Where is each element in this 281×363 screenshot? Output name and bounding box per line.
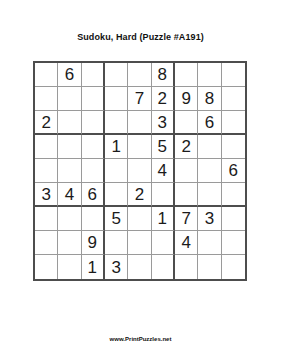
- cell-r1c1[interactable]: [35, 63, 58, 87]
- cell-r7c1[interactable]: [35, 207, 58, 231]
- cell-r4c4-given-1[interactable]: 1: [105, 135, 128, 159]
- cell-r3c1-given-2[interactable]: 2: [35, 111, 58, 135]
- cell-r8c8[interactable]: [198, 231, 221, 255]
- cell-r1c9[interactable]: [222, 63, 245, 87]
- cell-r3c4[interactable]: [105, 111, 128, 135]
- cell-r2c3[interactable]: [82, 87, 105, 111]
- cell-r9c5[interactable]: [128, 255, 151, 279]
- cell-r3c2[interactable]: [58, 111, 81, 135]
- cell-r4c2[interactable]: [58, 135, 81, 159]
- cell-r7c9[interactable]: [222, 207, 245, 231]
- cell-r6c5-given-2[interactable]: 2: [128, 183, 151, 207]
- cell-r4c3[interactable]: [82, 135, 105, 159]
- cell-r4c7-given-2[interactable]: 2: [175, 135, 198, 159]
- cell-r5c4[interactable]: [105, 159, 128, 183]
- cell-r5c3[interactable]: [82, 159, 105, 183]
- cell-r8c6[interactable]: [152, 231, 175, 255]
- cell-r9c9[interactable]: [222, 255, 245, 279]
- cell-r1c8[interactable]: [198, 63, 221, 87]
- cell-r7c6-given-1[interactable]: 1: [152, 207, 175, 231]
- cell-r7c2[interactable]: [58, 207, 81, 231]
- cell-r2c1[interactable]: [35, 87, 58, 111]
- cell-r2c4[interactable]: [105, 87, 128, 111]
- cell-r9c7[interactable]: [175, 255, 198, 279]
- cell-r6c1-given-3[interactable]: 3: [35, 183, 58, 207]
- cell-r1c2-given-6[interactable]: 6: [58, 63, 81, 87]
- cell-r4c1[interactable]: [35, 135, 58, 159]
- cell-r3c8-given-6[interactable]: 6: [198, 111, 221, 135]
- cell-r8c2[interactable]: [58, 231, 81, 255]
- cell-r2c6-given-2[interactable]: 2: [152, 87, 175, 111]
- cell-r7c7-given-7[interactable]: 7: [175, 207, 198, 231]
- puzzle-title: Sudoku, Hard (Puzzle #A191): [0, 32, 281, 42]
- cell-r1c5[interactable]: [128, 63, 151, 87]
- cell-r1c6-given-8[interactable]: 8: [152, 63, 175, 87]
- cell-r1c3[interactable]: [82, 63, 105, 87]
- cell-r2c7-given-9[interactable]: 9: [175, 87, 198, 111]
- cell-r2c2[interactable]: [58, 87, 81, 111]
- cell-r6c6[interactable]: [152, 183, 175, 207]
- sudoku-board: 68729823615246346251739413: [33, 61, 247, 281]
- cell-r9c4-given-3[interactable]: 3: [105, 255, 128, 279]
- cell-r4c5[interactable]: [128, 135, 151, 159]
- cell-r9c8[interactable]: [198, 255, 221, 279]
- cell-r4c8[interactable]: [198, 135, 221, 159]
- cell-r5c6-given-4[interactable]: 4: [152, 159, 175, 183]
- cell-r6c9[interactable]: [222, 183, 245, 207]
- cell-r4c6-given-5[interactable]: 5: [152, 135, 175, 159]
- cell-r3c5[interactable]: [128, 111, 151, 135]
- cell-r8c7-given-4[interactable]: 4: [175, 231, 198, 255]
- cell-r5c2[interactable]: [58, 159, 81, 183]
- cell-r9c6[interactable]: [152, 255, 175, 279]
- cell-r5c8[interactable]: [198, 159, 221, 183]
- cell-r7c4-given-5[interactable]: 5: [105, 207, 128, 231]
- cell-r3c9[interactable]: [222, 111, 245, 135]
- cell-r8c1[interactable]: [35, 231, 58, 255]
- cell-r8c3-given-9[interactable]: 9: [82, 231, 105, 255]
- cell-r3c6-given-3[interactable]: 3: [152, 111, 175, 135]
- cell-r8c5[interactable]: [128, 231, 151, 255]
- cell-r3c7[interactable]: [175, 111, 198, 135]
- cell-r8c9[interactable]: [222, 231, 245, 255]
- puzzle-page: Sudoku, Hard (Puzzle #A191) 687298236152…: [0, 0, 281, 363]
- cell-r2c5-given-7[interactable]: 7: [128, 87, 151, 111]
- cell-r9c3-given-1[interactable]: 1: [82, 255, 105, 279]
- cell-r5c7[interactable]: [175, 159, 198, 183]
- cell-r5c1[interactable]: [35, 159, 58, 183]
- cell-r2c9[interactable]: [222, 87, 245, 111]
- cell-r6c3-given-6[interactable]: 6: [82, 183, 105, 207]
- cell-r8c4[interactable]: [105, 231, 128, 255]
- cell-r6c7[interactable]: [175, 183, 198, 207]
- cell-r5c5[interactable]: [128, 159, 151, 183]
- cell-r9c1[interactable]: [35, 255, 58, 279]
- cell-r5c9-given-6[interactable]: 6: [222, 159, 245, 183]
- cell-r9c2[interactable]: [58, 255, 81, 279]
- cell-r4c9[interactable]: [222, 135, 245, 159]
- cell-r3c3[interactable]: [82, 111, 105, 135]
- cell-r7c5[interactable]: [128, 207, 151, 231]
- cell-r1c7[interactable]: [175, 63, 198, 87]
- cell-r6c4[interactable]: [105, 183, 128, 207]
- cell-r1c4[interactable]: [105, 63, 128, 87]
- cell-r6c8[interactable]: [198, 183, 221, 207]
- footer-url: www.PrintPuzzles.net: [0, 336, 281, 342]
- cell-r2c8-given-8[interactable]: 8: [198, 87, 221, 111]
- cell-r7c3[interactable]: [82, 207, 105, 231]
- cell-r7c8-given-3[interactable]: 3: [198, 207, 221, 231]
- cell-r6c2-given-4[interactable]: 4: [58, 183, 81, 207]
